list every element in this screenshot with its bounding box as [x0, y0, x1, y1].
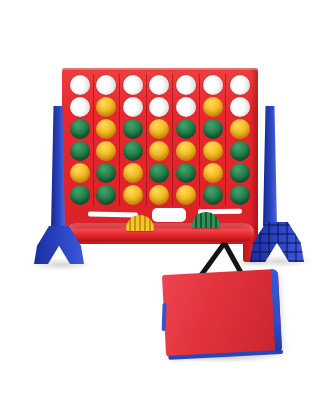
disc-green [123, 141, 143, 161]
empty-hole [123, 97, 143, 117]
empty-hole [123, 75, 143, 95]
disc-yellow [176, 141, 196, 161]
cell-r5c6 [200, 162, 227, 184]
disc-green [230, 163, 250, 183]
empty-hole [203, 75, 223, 95]
empty-hole [230, 75, 250, 95]
disc-yellow [203, 141, 223, 161]
disc-green [96, 185, 116, 205]
cell-r4c1 [67, 140, 94, 162]
connect-four-board [62, 68, 258, 244]
empty-hole [149, 97, 169, 117]
cell-r5c2 [94, 162, 121, 184]
release-slider-slot-left [88, 212, 138, 218]
disc-yellow [96, 97, 116, 117]
disc-green [176, 163, 196, 183]
disc-yellow [176, 185, 196, 205]
bottom-tray [62, 206, 258, 244]
empty-hole [96, 75, 116, 95]
empty-hole [176, 75, 196, 95]
disc-green [203, 185, 223, 205]
cell-r6c2 [94, 184, 121, 206]
disc-yellow [230, 119, 250, 139]
disc-green [176, 119, 196, 139]
cell-r3c5 [173, 118, 200, 140]
disc-yellow [70, 163, 90, 183]
cell-r3c2 [94, 118, 121, 140]
disc-green [70, 119, 90, 139]
cell-r4c7 [226, 140, 253, 162]
cell-r5c3 [120, 162, 147, 184]
product-photo-scene [0, 0, 327, 400]
tray-center-opening [152, 208, 186, 222]
disc-yellow [123, 185, 143, 205]
disc-yellow [123, 163, 143, 183]
right-leg-post [263, 106, 277, 226]
disc-green [149, 163, 169, 183]
cell-r1c2 [94, 74, 121, 96]
cell-r2c1 [67, 96, 94, 118]
cell-r3c6 [200, 118, 227, 140]
cell-r5c5 [173, 162, 200, 184]
cell-r4c4 [147, 140, 174, 162]
disc-yellow [149, 141, 169, 161]
cell-r4c6 [200, 140, 227, 162]
cell-r2c4 [147, 96, 174, 118]
disc-green [230, 141, 250, 161]
cell-r2c5 [173, 96, 200, 118]
cell-r5c1 [67, 162, 94, 184]
bag-zipper [162, 303, 167, 331]
disc-yellow [149, 119, 169, 139]
spare-disc-yellow [126, 215, 154, 231]
empty-hole [149, 75, 169, 95]
disc-green [70, 185, 90, 205]
cell-r1c5 [173, 74, 200, 96]
cell-r2c3 [120, 96, 147, 118]
cell-r4c3 [120, 140, 147, 162]
cell-r2c6 [200, 96, 227, 118]
disc-yellow [96, 119, 116, 139]
cell-r1c3 [120, 74, 147, 96]
disc-yellow [203, 97, 223, 117]
carry-bag [160, 240, 288, 362]
cell-r6c3 [120, 184, 147, 206]
disc-yellow [203, 163, 223, 183]
empty-hole [176, 97, 196, 117]
spare-disc-green [192, 212, 220, 228]
cell-r1c7 [226, 74, 253, 96]
cell-r2c7 [226, 96, 253, 118]
empty-hole [70, 97, 90, 117]
cell-r3c4 [147, 118, 174, 140]
cell-r3c3 [120, 118, 147, 140]
cell-r4c5 [173, 140, 200, 162]
cell-r4c2 [94, 140, 121, 162]
cell-r1c1 [67, 74, 94, 96]
cell-r6c5 [173, 184, 200, 206]
disc-yellow [96, 141, 116, 161]
cell-r6c4 [147, 184, 174, 206]
cell-r6c7 [226, 184, 253, 206]
disc-green [96, 163, 116, 183]
empty-hole [230, 97, 250, 117]
disc-green [123, 119, 143, 139]
bag-body [162, 269, 282, 357]
disc-green [70, 141, 90, 161]
cell-r5c4 [147, 162, 174, 184]
cell-r3c7 [226, 118, 253, 140]
cell-r6c1 [67, 184, 94, 206]
disc-green [230, 185, 250, 205]
cell-r1c6 [200, 74, 227, 96]
cell-r3c1 [67, 118, 94, 140]
disc-grid [67, 74, 253, 206]
empty-hole [70, 75, 90, 95]
cell-r6c6 [200, 184, 227, 206]
cell-r2c2 [94, 96, 121, 118]
disc-green [203, 119, 223, 139]
cell-r1c4 [147, 74, 174, 96]
disc-yellow [149, 185, 169, 205]
cell-r5c7 [226, 162, 253, 184]
